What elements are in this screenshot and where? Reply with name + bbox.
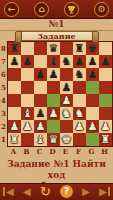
square-a8[interactable]: ♜ — [8, 42, 21, 55]
restart-icon: ↻ — [40, 187, 51, 197]
black-pawn: ♟ — [36, 107, 46, 120]
square-g6[interactable]: ♟ — [86, 68, 99, 81]
square-h4[interactable] — [99, 94, 112, 107]
square-h8[interactable] — [99, 42, 112, 55]
chess-board: ♜♛♜♚♟♟♝♞♟♟♟♟♟♞♟♟♟♝♟♟♞♞♟♟♟♟♟♟♜♝♛♚♜ — [7, 41, 113, 147]
white-pawn: ♟ — [10, 120, 20, 133]
trophy-icon — [67, 5, 76, 14]
square-b4[interactable] — [21, 94, 34, 107]
rank-label-5: 5 — [0, 81, 7, 94]
rank-label-3: 3 — [0, 107, 7, 120]
file-label-f: F — [72, 147, 85, 157]
square-e7[interactable]: ♞ — [60, 55, 73, 68]
white-rook: ♜ — [101, 133, 111, 146]
file-label-g: G — [85, 147, 98, 157]
square-f5[interactable] — [73, 81, 86, 94]
top-toolbar: ← ⌂ ⚙ — [0, 0, 113, 19]
file-label-a: A — [7, 147, 20, 157]
task-number: №1 — [48, 19, 64, 29]
square-g7[interactable]: ♟ — [86, 55, 99, 68]
square-h5[interactable] — [99, 81, 112, 94]
white-pawn: ♟ — [62, 94, 72, 107]
square-e4[interactable]: ♟ — [60, 94, 73, 107]
white-knight: ♞ — [62, 107, 72, 120]
rank-label-7: 7 — [0, 55, 7, 68]
white-rook: ♜ — [10, 133, 20, 146]
rank-label-8: 8 — [0, 42, 7, 55]
rank-label-6: 6 — [0, 68, 7, 81]
gear-icon: ⚙ — [97, 5, 105, 14]
square-d5[interactable] — [47, 81, 60, 94]
black-queen: ♛ — [49, 42, 59, 55]
home-icon: ⌂ — [38, 5, 44, 14]
banner-area: Задание — [0, 31, 113, 41]
black-bishop: ♝ — [49, 55, 59, 68]
square-d2[interactable] — [47, 120, 60, 133]
square-c3[interactable]: ♟ — [34, 107, 47, 120]
square-d8[interactable]: ♛ — [47, 42, 60, 55]
square-c5[interactable] — [34, 81, 47, 94]
file-label-e: E — [59, 147, 72, 157]
square-f8[interactable]: ♜ — [73, 42, 86, 55]
next-arrow-icon: ▶ — [82, 187, 90, 197]
question-icon: ? — [60, 185, 73, 198]
square-b6[interactable] — [21, 68, 34, 81]
square-e6[interactable] — [60, 68, 73, 81]
black-pawn: ♟ — [36, 68, 46, 81]
bar-decoration — [108, 187, 110, 196]
white-pawn: ♟ — [36, 120, 46, 133]
square-e3[interactable]: ♞ — [60, 107, 73, 120]
square-g8[interactable]: ♚ — [86, 42, 99, 55]
white-pawn: ♟ — [75, 120, 85, 133]
task-caption-line1: Задание №1 Найти ход — [0, 159, 113, 181]
black-king: ♚ — [88, 42, 98, 55]
task-banner: Задание — [18, 31, 96, 41]
first-button[interactable]: ◀ — [2, 185, 14, 199]
last-button[interactable]: ▶ — [99, 185, 111, 199]
square-c8[interactable] — [34, 42, 47, 55]
square-d6[interactable]: ♟ — [47, 68, 60, 81]
home-button[interactable]: ⌂ — [34, 2, 49, 17]
square-c2[interactable]: ♟ — [34, 120, 47, 133]
square-c7[interactable] — [34, 55, 47, 68]
square-c6[interactable]: ♟ — [34, 68, 47, 81]
square-g3[interactable] — [86, 107, 99, 120]
white-pawn: ♟ — [49, 107, 59, 120]
white-queen: ♛ — [49, 133, 59, 146]
black-pawn: ♟ — [88, 55, 98, 68]
file-label-d: D — [46, 147, 59, 157]
task-caption: Задание №1 Найти ход белых — [0, 157, 113, 183]
square-f2[interactable]: ♟ — [73, 120, 86, 133]
square-g5[interactable] — [86, 81, 99, 94]
board-zone: 87654321 ♜♛♜♚♟♟♝♞♟♟♟♟♟♞♟♟♟♝♟♟♞♞♟♟♟♟♟♟♜♝♛… — [0, 41, 113, 147]
task-number-strip: №1 — [0, 19, 113, 31]
file-label-b: B — [20, 147, 33, 157]
square-h2[interactable]: ♟ — [99, 120, 112, 133]
file-labels: ABCDEFGH — [7, 147, 113, 157]
prev-button[interactable]: ◀ — [23, 185, 31, 199]
square-b2[interactable]: ♟ — [21, 120, 34, 133]
square-f3[interactable]: ♞ — [73, 107, 86, 120]
white-pawn: ♟ — [23, 120, 33, 133]
black-pawn: ♟ — [88, 68, 98, 81]
back-button[interactable]: ← — [4, 2, 19, 17]
square-f4[interactable] — [73, 94, 86, 107]
black-pawn: ♟ — [62, 81, 72, 94]
trophy-button[interactable] — [64, 2, 79, 17]
square-h7[interactable]: ♟ — [99, 55, 112, 68]
black-rook: ♜ — [10, 42, 20, 55]
rank-labels: 87654321 — [0, 41, 7, 147]
next-button[interactable]: ▶ — [82, 185, 90, 199]
square-d3[interactable]: ♟ — [47, 107, 60, 120]
file-label-h: H — [98, 147, 111, 157]
hint-button[interactable]: ? — [60, 185, 73, 199]
skip-to-end-icon: ▶ — [99, 187, 107, 197]
black-pawn: ♟ — [49, 68, 59, 81]
square-a5[interactable] — [8, 81, 21, 94]
square-a1[interactable]: ♜ — [8, 133, 21, 146]
square-f7[interactable]: ♟ — [73, 55, 86, 68]
black-knight: ♞ — [75, 68, 85, 81]
rank-label-2: 2 — [0, 120, 7, 133]
square-c4[interactable] — [34, 94, 47, 107]
square-f1[interactable] — [73, 133, 86, 146]
black-rook: ♜ — [75, 42, 85, 55]
square-g4[interactable] — [86, 94, 99, 107]
square-f6[interactable]: ♞ — [73, 68, 86, 81]
square-h6[interactable] — [99, 68, 112, 81]
white-pawn: ♟ — [101, 120, 111, 133]
chess-puzzle-app: ← ⌂ ⚙ №1 Задание — [0, 0, 113, 200]
black-pawn: ♟ — [101, 55, 111, 68]
back-arrow-icon: ← — [8, 5, 16, 14]
white-king: ♚ — [62, 133, 72, 146]
square-a3[interactable] — [8, 107, 21, 120]
white-bishop: ♝ — [23, 107, 33, 120]
white-pawn: ♟ — [88, 120, 98, 133]
square-e8[interactable] — [60, 42, 73, 55]
file-label-c: C — [33, 147, 46, 157]
square-a7[interactable]: ♟ — [8, 55, 21, 68]
square-d7[interactable]: ♝ — [47, 55, 60, 68]
black-knight: ♞ — [62, 55, 72, 68]
black-pawn: ♟ — [23, 55, 33, 68]
black-pawn: ♟ — [10, 55, 20, 68]
square-e2[interactable] — [60, 120, 73, 133]
square-b5[interactable] — [21, 81, 34, 94]
settings-button[interactable]: ⚙ — [94, 2, 109, 17]
square-h3[interactable] — [99, 107, 112, 120]
square-b3[interactable]: ♝ — [21, 107, 34, 120]
square-d4[interactable] — [47, 94, 60, 107]
white-knight: ♞ — [75, 107, 85, 120]
square-g2[interactable]: ♟ — [86, 120, 99, 133]
prev-arrow-icon: ◀ — [23, 187, 31, 197]
square-d1[interactable]: ♛ — [47, 133, 60, 146]
restart-button[interactable]: ↻ — [40, 185, 51, 199]
square-e1[interactable]: ♚ — [60, 133, 73, 146]
rank-label-4: 4 — [0, 94, 7, 107]
black-pawn: ♟ — [75, 55, 85, 68]
square-b7[interactable]: ♟ — [21, 55, 34, 68]
bottom-toolbar: ◀◀↻?▶▶ — [0, 183, 113, 200]
square-a2[interactable]: ♟ — [8, 120, 21, 133]
square-c1[interactable]: ♝ — [34, 133, 47, 146]
rank-label-1: 1 — [0, 133, 7, 146]
square-b8[interactable] — [21, 42, 34, 55]
bar-decoration — [3, 187, 5, 196]
task-banner-label: Задание — [37, 32, 75, 40]
square-h1[interactable]: ♜ — [99, 133, 112, 146]
square-b1[interactable] — [21, 133, 34, 146]
square-e5[interactable]: ♟ — [60, 81, 73, 94]
square-g1[interactable] — [86, 133, 99, 146]
square-a6[interactable] — [8, 68, 21, 81]
skip-to-start-icon: ◀ — [6, 187, 14, 197]
square-a4[interactable] — [8, 94, 21, 107]
white-bishop: ♝ — [36, 133, 46, 146]
